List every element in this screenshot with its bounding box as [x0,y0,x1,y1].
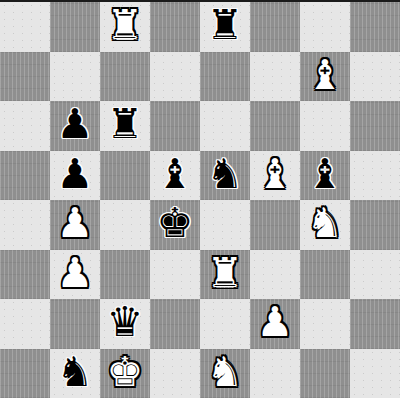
square-a6[interactable] [0,101,50,151]
square-d7[interactable] [150,52,200,102]
white-pawn-f2: ♟ [257,302,294,343]
black-pawn-b5: ♟ [57,154,94,195]
square-c3[interactable] [100,250,150,300]
square-h3[interactable] [350,250,400,300]
square-a4[interactable] [0,200,50,250]
square-e2[interactable] [200,299,250,349]
square-g4[interactable]: ♞ [300,200,350,250]
white-rook-c8: ♜ [107,5,144,46]
square-c1[interactable]: ♚ [100,349,150,398]
square-h7[interactable] [350,52,400,102]
chess-board-wrapper: ♜♜♝♟♜♟♝♞♝♝♟♚♞♟♜♛♟♞♚♞ [0,0,400,398]
square-a2[interactable] [0,299,50,349]
square-f2[interactable]: ♟ [250,299,300,349]
square-f3[interactable] [250,250,300,300]
white-bishop-g7: ♝ [307,55,344,96]
square-c8[interactable]: ♜ [100,2,150,52]
square-b1[interactable]: ♞ [50,349,100,398]
square-d3[interactable] [150,250,200,300]
square-f1[interactable] [250,349,300,398]
square-f5[interactable]: ♝ [250,151,300,201]
square-h4[interactable] [350,200,400,250]
square-f8[interactable] [250,2,300,52]
square-a7[interactable] [0,52,50,102]
square-e8[interactable]: ♜ [200,2,250,52]
square-b4[interactable]: ♟ [50,200,100,250]
black-bishop-g5: ♝ [307,154,344,195]
square-d2[interactable] [150,299,200,349]
square-g7[interactable]: ♝ [300,52,350,102]
square-a1[interactable] [0,349,50,398]
square-h6[interactable] [350,101,400,151]
square-h1[interactable] [350,349,400,398]
black-rook-e8: ♜ [207,5,244,46]
square-d4[interactable]: ♚ [150,200,200,250]
white-knight-e1: ♞ [207,352,244,393]
square-b8[interactable] [50,2,100,52]
square-b7[interactable] [50,52,100,102]
square-e5[interactable]: ♞ [200,151,250,201]
square-e7[interactable] [200,52,250,102]
square-b2[interactable] [50,299,100,349]
black-rook-c6: ♜ [107,104,144,145]
white-pawn-b4: ♟ [57,203,94,244]
square-c5[interactable] [100,151,150,201]
square-a8[interactable] [0,2,50,52]
white-rook-e3: ♜ [207,253,244,294]
black-king-d4: ♚ [157,203,194,244]
black-queen-c2: ♛ [107,302,144,343]
square-b6[interactable]: ♟ [50,101,100,151]
square-h8[interactable] [350,2,400,52]
square-e1[interactable]: ♞ [200,349,250,398]
square-c2[interactable]: ♛ [100,299,150,349]
square-e4[interactable] [200,200,250,250]
square-g8[interactable] [300,2,350,52]
black-bishop-d5: ♝ [157,154,194,195]
square-c4[interactable] [100,200,150,250]
black-knight-b1: ♞ [57,352,94,393]
square-g6[interactable] [300,101,350,151]
square-b5[interactable]: ♟ [50,151,100,201]
square-b3[interactable]: ♟ [50,250,100,300]
square-c7[interactable] [100,52,150,102]
square-f7[interactable] [250,52,300,102]
square-d1[interactable] [150,349,200,398]
square-g2[interactable] [300,299,350,349]
black-knight-e5: ♞ [207,154,244,195]
square-a5[interactable] [0,151,50,201]
square-c6[interactable]: ♜ [100,101,150,151]
square-g5[interactable]: ♝ [300,151,350,201]
white-knight-g4: ♞ [307,203,344,244]
black-pawn-b6: ♟ [57,104,94,145]
square-d5[interactable]: ♝ [150,151,200,201]
square-f4[interactable] [250,200,300,250]
square-d6[interactable] [150,101,200,151]
white-pawn-b3: ♟ [57,253,94,294]
square-e3[interactable]: ♜ [200,250,250,300]
square-a3[interactable] [0,250,50,300]
square-g3[interactable] [300,250,350,300]
square-e6[interactable] [200,101,250,151]
square-g1[interactable] [300,349,350,398]
square-h5[interactable] [350,151,400,201]
square-d8[interactable] [150,2,200,52]
square-f6[interactable] [250,101,300,151]
white-bishop-f5: ♝ [257,154,294,195]
white-king-c1: ♚ [107,352,144,393]
chess-board: ♜♜♝♟♜♟♝♞♝♝♟♚♞♟♜♛♟♞♚♞ [0,2,400,398]
square-h2[interactable] [350,299,400,349]
